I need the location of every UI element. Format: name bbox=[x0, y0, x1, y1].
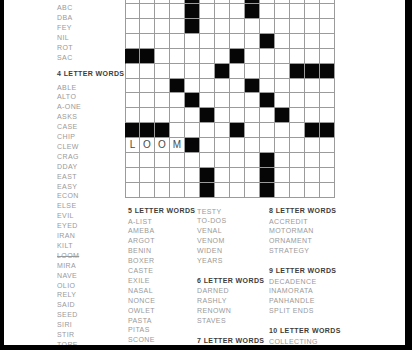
grid-cell[interactable] bbox=[290, 4, 305, 19]
grid-cell-black bbox=[260, 153, 275, 168]
grid-cell[interactable] bbox=[275, 49, 290, 64]
grid-cell[interactable] bbox=[290, 19, 305, 34]
word-item-4letter: NAVE bbox=[57, 272, 77, 279]
grid-cell[interactable] bbox=[245, 93, 260, 108]
word-item-4letter: SEED bbox=[57, 311, 78, 318]
grid-cell[interactable] bbox=[185, 49, 200, 64]
entered-letter: O bbox=[143, 140, 151, 150]
word-item-4letter: SAID bbox=[57, 301, 75, 308]
grid-cell[interactable] bbox=[140, 79, 155, 94]
word-item-4letter: ABLE bbox=[57, 84, 77, 91]
grid-cell[interactable] bbox=[320, 4, 335, 19]
grid-cell[interactable] bbox=[245, 108, 260, 123]
word-item-5letter: TESTY bbox=[197, 208, 222, 215]
grid-cell-black bbox=[245, 4, 260, 19]
grid-cell[interactable] bbox=[275, 4, 290, 19]
word-item-6letter: STAVES bbox=[197, 317, 226, 324]
word-item-8letter: MOTORMAN bbox=[269, 227, 314, 234]
grid-cell[interactable] bbox=[230, 64, 245, 79]
grid-cell[interactable] bbox=[230, 34, 245, 49]
grid-cell[interactable] bbox=[215, 79, 230, 94]
grid-cell[interactable] bbox=[245, 123, 260, 138]
grid-cell[interactable] bbox=[155, 168, 170, 183]
list-header-5letter: 5 LETTER WORDS bbox=[128, 207, 195, 214]
word-item-3letter: ROT bbox=[57, 44, 73, 51]
word-item-4letter: STIR bbox=[57, 331, 75, 338]
grid-cell[interactable] bbox=[200, 138, 215, 153]
grid-cell[interactable] bbox=[260, 64, 275, 79]
grid-cell[interactable] bbox=[245, 183, 260, 198]
word-item-4letter: RELY bbox=[57, 291, 76, 298]
word-item-5letter: YEARS bbox=[197, 257, 223, 264]
word-item-9letter: PANHANDLE bbox=[269, 297, 315, 304]
word-item-5letter: BOXER bbox=[128, 257, 155, 264]
grid-cell-black bbox=[230, 123, 245, 138]
grid-cell[interactable] bbox=[230, 19, 245, 34]
word-item-8letter: STRATEGY bbox=[269, 247, 309, 254]
grid-cell[interactable] bbox=[170, 168, 185, 183]
grid-cell[interactable] bbox=[215, 34, 230, 49]
grid-cell[interactable] bbox=[155, 153, 170, 168]
grid-cell[interactable] bbox=[125, 108, 140, 123]
frame-border-bottom bbox=[0, 345, 412, 350]
grid-cell[interactable] bbox=[185, 183, 200, 198]
grid-cell-black bbox=[260, 34, 275, 49]
grid-cell[interactable] bbox=[125, 93, 140, 108]
grid-cell[interactable] bbox=[155, 108, 170, 123]
grid-cell[interactable] bbox=[155, 34, 170, 49]
grid-cell[interactable] bbox=[245, 168, 260, 183]
grid-cell[interactable] bbox=[215, 108, 230, 123]
word-item-10letter: COLLECTING bbox=[269, 338, 318, 345]
word-item-4letter: ELSE bbox=[57, 202, 77, 209]
grid-cell[interactable] bbox=[140, 108, 155, 123]
grid-cell[interactable] bbox=[305, 34, 320, 49]
word-item-5letter: OWLET bbox=[128, 307, 155, 314]
grid-cell[interactable] bbox=[200, 64, 215, 79]
grid-cell[interactable] bbox=[170, 4, 185, 19]
grid-cell-black bbox=[260, 93, 275, 108]
word-item-4letter: EASY bbox=[57, 183, 77, 190]
grid-cell[interactable] bbox=[125, 183, 140, 198]
grid-cell[interactable] bbox=[305, 138, 320, 153]
grid-cell[interactable] bbox=[230, 93, 245, 108]
grid-cell[interactable] bbox=[215, 123, 230, 138]
grid-cell[interactable] bbox=[155, 183, 170, 198]
grid-cell[interactable]: L bbox=[125, 138, 140, 153]
grid-cell[interactable] bbox=[215, 138, 230, 153]
grid-cell[interactable]: O bbox=[140, 138, 155, 153]
grid-cell[interactable] bbox=[140, 64, 155, 79]
word-item-4letter: OLIO bbox=[57, 282, 75, 289]
grid-cell[interactable] bbox=[215, 4, 230, 19]
grid-cell[interactable] bbox=[260, 79, 275, 94]
grid-cell[interactable] bbox=[155, 19, 170, 34]
grid-cell[interactable] bbox=[290, 183, 305, 198]
word-item-4letter: EAST bbox=[57, 173, 77, 180]
grid-cell[interactable] bbox=[290, 138, 305, 153]
word-item-8letter: ACCREDIT bbox=[269, 218, 308, 225]
grid-cell-black bbox=[245, 79, 260, 94]
grid-cell[interactable] bbox=[155, 79, 170, 94]
word-item-4letter: SIRI bbox=[57, 321, 72, 328]
word-item-3letter: DBA bbox=[57, 14, 73, 21]
grid-cell[interactable] bbox=[140, 168, 155, 183]
grid-cell-black bbox=[200, 168, 215, 183]
grid-cell[interactable] bbox=[125, 34, 140, 49]
grid-cell[interactable] bbox=[200, 93, 215, 108]
grid-cell[interactable] bbox=[290, 93, 305, 108]
grid-cell[interactable] bbox=[305, 79, 320, 94]
grid-cell[interactable] bbox=[170, 49, 185, 64]
grid-cell[interactable] bbox=[200, 34, 215, 49]
grid-cell[interactable] bbox=[320, 34, 335, 49]
grid-cell[interactable] bbox=[275, 79, 290, 94]
word-item-5letter: NASAL bbox=[128, 287, 153, 294]
grid-cell[interactable] bbox=[275, 123, 290, 138]
grid-cell-black bbox=[260, 168, 275, 183]
word-item-9letter: DECADENCE bbox=[269, 278, 317, 285]
word-item-5letter: PASTA bbox=[128, 317, 152, 324]
grid-cell[interactable] bbox=[170, 123, 185, 138]
grid-cell[interactable] bbox=[260, 19, 275, 34]
grid-cell[interactable] bbox=[290, 79, 305, 94]
grid-cell[interactable] bbox=[125, 79, 140, 94]
word-item-4letter: ALTO bbox=[57, 93, 76, 100]
grid-cell[interactable] bbox=[140, 4, 155, 19]
grid-cell[interactable] bbox=[245, 64, 260, 79]
grid-cell[interactable] bbox=[290, 34, 305, 49]
grid-cell[interactable] bbox=[215, 168, 230, 183]
grid-cell[interactable] bbox=[230, 183, 245, 198]
grid-cell[interactable] bbox=[260, 138, 275, 153]
word-item-4letter: KILT bbox=[57, 242, 73, 249]
entered-letter: O bbox=[158, 140, 166, 150]
grid-cell[interactable] bbox=[275, 153, 290, 168]
grid-cell[interactable] bbox=[125, 64, 140, 79]
grid-cell[interactable] bbox=[320, 49, 335, 64]
grid-cell-black bbox=[320, 123, 335, 138]
word-item-5letter: VENOM bbox=[197, 237, 225, 244]
grid-cell[interactable] bbox=[230, 138, 245, 153]
grid-cell[interactable] bbox=[245, 49, 260, 64]
word-item-5letter: SCONE bbox=[128, 336, 155, 343]
grid-cell[interactable] bbox=[230, 79, 245, 94]
grid-cell[interactable] bbox=[320, 93, 335, 108]
grid-cell[interactable] bbox=[140, 153, 155, 168]
grid-cell-black bbox=[185, 93, 200, 108]
grid-cell[interactable] bbox=[155, 4, 170, 19]
grid-cell[interactable] bbox=[230, 168, 245, 183]
grid-cell[interactable] bbox=[185, 123, 200, 138]
list-header-7letter: 7 LETTER WORDS bbox=[197, 337, 264, 344]
grid-cell[interactable] bbox=[170, 108, 185, 123]
word-item-5letter: TO-DOS bbox=[197, 217, 227, 224]
grid-cell[interactable] bbox=[305, 49, 320, 64]
grid-cell[interactable] bbox=[215, 49, 230, 64]
list-header-10letter: 10 LETTER WORDS bbox=[269, 327, 341, 334]
word-item-8letter: ORNAMENT bbox=[269, 237, 312, 244]
grid-cell[interactable] bbox=[200, 153, 215, 168]
grid-cell[interactable] bbox=[320, 79, 335, 94]
grid-cell[interactable] bbox=[200, 49, 215, 64]
entered-letter: L bbox=[130, 140, 136, 150]
word-item-4letter: ASKS bbox=[57, 113, 77, 120]
grid-cell[interactable] bbox=[275, 34, 290, 49]
grid-cell[interactable] bbox=[185, 64, 200, 79]
grid-cell[interactable] bbox=[155, 93, 170, 108]
word-item-3letter: ABC bbox=[57, 4, 73, 11]
grid-cell[interactable] bbox=[290, 123, 305, 138]
grid-cell[interactable] bbox=[185, 79, 200, 94]
grid-cell[interactable] bbox=[290, 168, 305, 183]
word-item-5letter: AMEBA bbox=[128, 227, 155, 234]
grid-cell[interactable] bbox=[305, 108, 320, 123]
grid-cell[interactable] bbox=[215, 93, 230, 108]
fill-in-grid: LOOM bbox=[125, 0, 335, 198]
grid-cell[interactable] bbox=[290, 108, 305, 123]
grid-cell[interactable] bbox=[275, 168, 290, 183]
frame-border-left bbox=[0, 0, 4, 350]
grid-cell[interactable] bbox=[185, 153, 200, 168]
word-item-5letter: ARGOT bbox=[128, 237, 155, 244]
grid-cell-black bbox=[170, 79, 185, 94]
grid-cell[interactable] bbox=[260, 123, 275, 138]
grid-cell[interactable] bbox=[275, 64, 290, 79]
grid-cell[interactable] bbox=[185, 168, 200, 183]
word-item-4letter: LOOM bbox=[57, 252, 79, 259]
grid-cell-black bbox=[140, 49, 155, 64]
word-item-5letter: A-LIST bbox=[128, 218, 152, 225]
grid-cell[interactable] bbox=[290, 153, 305, 168]
grid-cell-black bbox=[200, 183, 215, 198]
grid-cell[interactable] bbox=[245, 138, 260, 153]
list-header-9letter: 9 LETTER WORDS bbox=[269, 267, 336, 274]
grid-cell[interactable] bbox=[305, 93, 320, 108]
grid-cell-black bbox=[230, 49, 245, 64]
grid-cell-black bbox=[305, 123, 320, 138]
list-header-8letter: 8 LETTER WORDS bbox=[269, 207, 336, 214]
grid-cell[interactable] bbox=[305, 19, 320, 34]
grid-cell[interactable]: M bbox=[170, 138, 185, 153]
word-item-4letter: EVIL bbox=[57, 212, 74, 219]
frame-border-right bbox=[405, 0, 412, 350]
grid-cell[interactable] bbox=[215, 153, 230, 168]
grid-cell[interactable] bbox=[200, 123, 215, 138]
grid-cell[interactable] bbox=[125, 4, 140, 19]
word-item-4letter: ECON bbox=[57, 192, 79, 199]
grid-cell[interactable] bbox=[320, 168, 335, 183]
word-item-4letter: CHIP bbox=[57, 133, 75, 140]
word-item-6letter: DARNED bbox=[197, 287, 229, 294]
grid-cell[interactable] bbox=[320, 19, 335, 34]
grid-cell[interactable] bbox=[185, 34, 200, 49]
grid-cell[interactable]: O bbox=[155, 138, 170, 153]
grid-cell[interactable] bbox=[245, 153, 260, 168]
word-item-5letter: VENAL bbox=[197, 227, 222, 234]
grid-cell[interactable] bbox=[275, 93, 290, 108]
word-item-9letter: SPLIT ENDS bbox=[269, 307, 314, 314]
grid-cell-black bbox=[200, 108, 215, 123]
grid-cell[interactable] bbox=[200, 79, 215, 94]
grid-cell[interactable] bbox=[170, 19, 185, 34]
grid-cell[interactable] bbox=[140, 34, 155, 49]
word-item-5letter: BENIN bbox=[128, 247, 151, 254]
word-item-5letter: PITAS bbox=[128, 326, 150, 333]
word-item-4letter: EYED bbox=[57, 222, 78, 229]
grid-cell[interactable] bbox=[125, 168, 140, 183]
grid-cell[interactable] bbox=[125, 19, 140, 34]
grid-cell[interactable] bbox=[140, 93, 155, 108]
grid-cell[interactable] bbox=[320, 153, 335, 168]
grid-cell[interactable] bbox=[200, 4, 215, 19]
grid-cell-black bbox=[275, 108, 290, 123]
grid-cell[interactable] bbox=[305, 183, 320, 198]
word-item-5letter: EXILE bbox=[128, 277, 150, 284]
grid-cell-black bbox=[155, 123, 170, 138]
grid-cell[interactable] bbox=[245, 19, 260, 34]
word-item-3letter: FEY bbox=[57, 24, 72, 31]
grid-cell[interactable] bbox=[155, 49, 170, 64]
grid-cell[interactable] bbox=[125, 153, 140, 168]
grid-cell[interactable] bbox=[305, 4, 320, 19]
grid-cell[interactable] bbox=[320, 183, 335, 198]
grid-cell-black bbox=[125, 123, 140, 138]
word-item-3letter: NIL bbox=[57, 34, 69, 41]
grid-cell[interactable] bbox=[155, 64, 170, 79]
grid-cell[interactable] bbox=[140, 19, 155, 34]
grid-cell[interactable] bbox=[215, 19, 230, 34]
word-item-5letter: CASTE bbox=[128, 267, 153, 274]
grid-cell[interactable] bbox=[305, 153, 320, 168]
grid-cell-black bbox=[125, 49, 140, 64]
grid-cell[interactable] bbox=[260, 4, 275, 19]
grid-cell[interactable] bbox=[245, 34, 260, 49]
word-item-4letter: DDAY bbox=[57, 163, 78, 170]
grid-cell[interactable] bbox=[260, 49, 275, 64]
puzzle-page: LOOM ABCDBAFEYNILROTSAC4 LETTER WORDSABL… bbox=[0, 0, 412, 350]
word-item-3letter: SAC bbox=[57, 54, 73, 61]
grid-cell-black bbox=[215, 64, 230, 79]
grid-cell[interactable] bbox=[140, 183, 155, 198]
grid-cell[interactable] bbox=[275, 138, 290, 153]
grid-cell[interactable] bbox=[260, 108, 275, 123]
grid-cell-black bbox=[260, 183, 275, 198]
grid-cell[interactable] bbox=[275, 183, 290, 198]
list-header-4letter: 4 LETTER WORDS bbox=[57, 70, 124, 77]
word-item-5letter: NONCE bbox=[128, 297, 155, 304]
grid-cell-black bbox=[305, 64, 320, 79]
grid-cell[interactable] bbox=[230, 153, 245, 168]
grid-cell[interactable] bbox=[305, 168, 320, 183]
grid-cell[interactable] bbox=[170, 34, 185, 49]
entered-letter: M bbox=[173, 140, 181, 150]
word-item-4letter: CASE bbox=[57, 123, 78, 130]
grid-cell-black bbox=[290, 64, 305, 79]
word-item-4letter: A-ONE bbox=[57, 103, 81, 110]
grid-cell-black bbox=[185, 19, 200, 34]
grid-cell[interactable] bbox=[320, 108, 335, 123]
grid-cell[interactable] bbox=[170, 64, 185, 79]
word-item-5letter: WIDEN bbox=[197, 247, 222, 254]
grid-cell[interactable] bbox=[290, 49, 305, 64]
word-item-9letter: INAMORATA bbox=[269, 287, 313, 294]
list-header-6letter: 6 LETTER WORDS bbox=[197, 277, 264, 284]
grid-cell[interactable] bbox=[230, 4, 245, 19]
grid-cell[interactable] bbox=[320, 138, 335, 153]
grid-cell[interactable] bbox=[170, 153, 185, 168]
grid-cell[interactable] bbox=[275, 19, 290, 34]
grid-cell[interactable] bbox=[230, 108, 245, 123]
grid-cell[interactable] bbox=[170, 183, 185, 198]
word-item-4letter: CRAG bbox=[57, 153, 79, 160]
grid-cell[interactable] bbox=[200, 19, 215, 34]
word-item-4letter: IRAN bbox=[57, 232, 75, 239]
word-item-6letter: RASHLY bbox=[197, 297, 227, 304]
grid-cell-black bbox=[320, 64, 335, 79]
grid-cell[interactable] bbox=[185, 108, 200, 123]
grid-cell-black bbox=[185, 4, 200, 19]
grid-cell-black bbox=[185, 138, 200, 153]
word-item-6letter: RENOWN bbox=[197, 307, 231, 314]
word-item-4letter: MIRA bbox=[57, 262, 76, 269]
grid-cell[interactable] bbox=[170, 93, 185, 108]
word-item-4letter: CLEW bbox=[57, 143, 79, 150]
grid-cell-black bbox=[140, 123, 155, 138]
grid-cell[interactable] bbox=[215, 183, 230, 198]
